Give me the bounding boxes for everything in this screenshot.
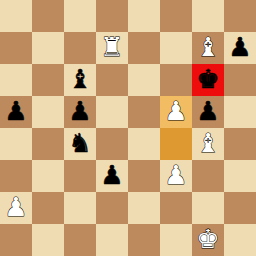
chess-board: ♜♝♟♝♚♟♟♟♟♞♝♟♟♟♚ [0, 0, 256, 256]
square-h7[interactable]: ♟ [224, 32, 256, 64]
black-knight[interactable]: ♞ [68, 130, 91, 156]
square-d2[interactable] [96, 192, 128, 224]
white-bishop[interactable]: ♝ [196, 34, 219, 60]
square-e1[interactable] [128, 224, 160, 256]
black-pawn[interactable]: ♟ [100, 162, 123, 188]
square-f1[interactable] [160, 224, 192, 256]
square-b5[interactable] [32, 96, 64, 128]
square-c3[interactable] [64, 160, 96, 192]
black-king[interactable]: ♚ [196, 66, 219, 92]
square-h8[interactable] [224, 0, 256, 32]
black-pawn[interactable]: ♟ [68, 98, 91, 124]
white-rook[interactable]: ♜ [100, 34, 123, 60]
white-pawn[interactable]: ♟ [164, 98, 187, 124]
square-c6[interactable]: ♝ [64, 64, 96, 96]
square-g1[interactable]: ♚ [192, 224, 224, 256]
square-a3[interactable] [0, 160, 32, 192]
square-f7[interactable] [160, 32, 192, 64]
square-h1[interactable] [224, 224, 256, 256]
square-h5[interactable] [224, 96, 256, 128]
square-f2[interactable] [160, 192, 192, 224]
square-c7[interactable] [64, 32, 96, 64]
square-f3[interactable]: ♟ [160, 160, 192, 192]
square-b2[interactable] [32, 192, 64, 224]
white-pawn[interactable]: ♟ [164, 162, 187, 188]
square-a4[interactable] [0, 128, 32, 160]
square-g3[interactable] [192, 160, 224, 192]
square-e5[interactable] [128, 96, 160, 128]
square-h6[interactable] [224, 64, 256, 96]
square-c5[interactable]: ♟ [64, 96, 96, 128]
square-g5[interactable]: ♟ [192, 96, 224, 128]
square-g7[interactable]: ♝ [192, 32, 224, 64]
square-h2[interactable] [224, 192, 256, 224]
square-e2[interactable] [128, 192, 160, 224]
square-d7[interactable]: ♜ [96, 32, 128, 64]
square-d3[interactable]: ♟ [96, 160, 128, 192]
square-d5[interactable] [96, 96, 128, 128]
square-f8[interactable] [160, 0, 192, 32]
square-d8[interactable] [96, 0, 128, 32]
square-d4[interactable] [96, 128, 128, 160]
black-bishop[interactable]: ♝ [68, 66, 91, 92]
square-b8[interactable] [32, 0, 64, 32]
black-pawn[interactable]: ♟ [228, 34, 251, 60]
square-a2[interactable]: ♟ [0, 192, 32, 224]
square-e4[interactable] [128, 128, 160, 160]
square-d1[interactable] [96, 224, 128, 256]
square-a8[interactable] [0, 0, 32, 32]
square-h4[interactable] [224, 128, 256, 160]
square-g6[interactable]: ♚ [192, 64, 224, 96]
square-f5[interactable]: ♟ [160, 96, 192, 128]
white-bishop[interactable]: ♝ [196, 130, 219, 156]
square-a5[interactable]: ♟ [0, 96, 32, 128]
square-e8[interactable] [128, 0, 160, 32]
square-h3[interactable] [224, 160, 256, 192]
square-f6[interactable] [160, 64, 192, 96]
square-f4[interactable] [160, 128, 192, 160]
square-b1[interactable] [32, 224, 64, 256]
white-king[interactable]: ♚ [196, 226, 219, 252]
square-e3[interactable] [128, 160, 160, 192]
square-b4[interactable] [32, 128, 64, 160]
square-c4[interactable]: ♞ [64, 128, 96, 160]
square-b6[interactable] [32, 64, 64, 96]
white-pawn[interactable]: ♟ [4, 194, 27, 220]
square-g8[interactable] [192, 0, 224, 32]
square-e7[interactable] [128, 32, 160, 64]
square-a1[interactable] [0, 224, 32, 256]
square-b3[interactable] [32, 160, 64, 192]
black-pawn[interactable]: ♟ [4, 98, 27, 124]
square-a6[interactable] [0, 64, 32, 96]
square-g2[interactable] [192, 192, 224, 224]
black-pawn[interactable]: ♟ [196, 98, 219, 124]
square-c2[interactable] [64, 192, 96, 224]
square-c1[interactable] [64, 224, 96, 256]
square-d6[interactable] [96, 64, 128, 96]
square-a7[interactable] [0, 32, 32, 64]
square-g4[interactable]: ♝ [192, 128, 224, 160]
square-c8[interactable] [64, 0, 96, 32]
square-b7[interactable] [32, 32, 64, 64]
square-e6[interactable] [128, 64, 160, 96]
